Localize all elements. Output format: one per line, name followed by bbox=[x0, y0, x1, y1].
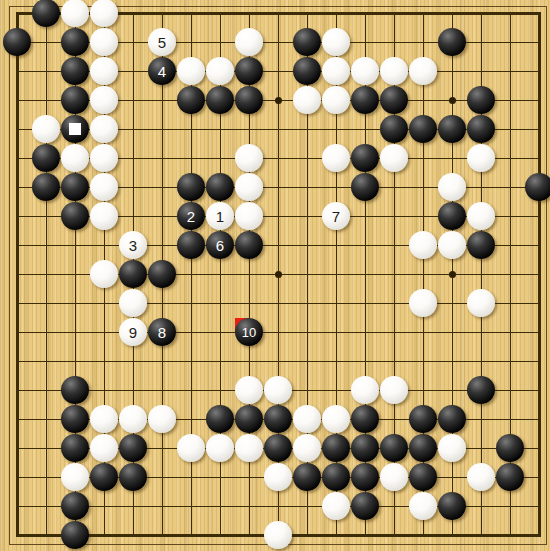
move-number-label: 3 bbox=[119, 231, 147, 259]
star-point bbox=[275, 97, 282, 104]
stone-white bbox=[380, 57, 408, 85]
stone-white bbox=[264, 521, 292, 549]
stone-black bbox=[235, 57, 263, 85]
stone-black bbox=[61, 28, 89, 56]
stone-white bbox=[177, 434, 205, 462]
stone-black bbox=[409, 115, 437, 143]
stone-black bbox=[496, 434, 524, 462]
stone-black bbox=[148, 260, 176, 288]
stone-black bbox=[496, 463, 524, 491]
stone-black bbox=[235, 231, 263, 259]
stone-black bbox=[264, 434, 292, 462]
stone-black bbox=[351, 463, 379, 491]
stone-white: 5 bbox=[148, 28, 176, 56]
stone-black bbox=[293, 28, 321, 56]
stone-white bbox=[380, 463, 408, 491]
stone-black bbox=[351, 492, 379, 520]
stone-white bbox=[409, 57, 437, 85]
stone-white bbox=[351, 57, 379, 85]
stone-white bbox=[235, 376, 263, 404]
stone-white bbox=[322, 144, 350, 172]
stone-white bbox=[119, 405, 147, 433]
stone-black bbox=[351, 434, 379, 462]
grid-line-horizontal bbox=[16, 303, 541, 304]
stone-white bbox=[322, 492, 350, 520]
stone-black bbox=[351, 405, 379, 433]
stone-black: 10 bbox=[235, 318, 263, 346]
stone-black bbox=[3, 28, 31, 56]
stone-white bbox=[235, 28, 263, 56]
stone-black bbox=[206, 405, 234, 433]
stone-white bbox=[322, 28, 350, 56]
stone-white bbox=[409, 289, 437, 317]
stone-black bbox=[293, 57, 321, 85]
move-number-label: 9 bbox=[119, 318, 147, 346]
stone-black bbox=[119, 463, 147, 491]
stone-black bbox=[119, 434, 147, 462]
stone-white bbox=[264, 376, 292, 404]
go-board[interactable]: 54217369810 bbox=[0, 0, 550, 551]
stone-black bbox=[438, 492, 466, 520]
stone-black: 6 bbox=[206, 231, 234, 259]
stone-white bbox=[90, 260, 118, 288]
stone-black bbox=[61, 86, 89, 114]
stone-black bbox=[206, 86, 234, 114]
stone-black bbox=[206, 173, 234, 201]
stone-black bbox=[61, 202, 89, 230]
stone-black bbox=[32, 144, 60, 172]
stone-black bbox=[351, 144, 379, 172]
stone-black: 2 bbox=[177, 202, 205, 230]
move-number-label: 5 bbox=[148, 28, 176, 56]
stone-black bbox=[177, 173, 205, 201]
stone-white bbox=[90, 0, 118, 27]
stone-white: 7 bbox=[322, 202, 350, 230]
stone-white bbox=[380, 376, 408, 404]
star-point bbox=[449, 271, 456, 278]
stone-black bbox=[61, 173, 89, 201]
stone-white bbox=[293, 434, 321, 462]
stone-white bbox=[438, 434, 466, 462]
stone-black bbox=[322, 434, 350, 462]
stone-black bbox=[177, 231, 205, 259]
stone-white bbox=[61, 144, 89, 172]
stone-white bbox=[380, 144, 408, 172]
stone-black bbox=[61, 57, 89, 85]
stone-white bbox=[293, 86, 321, 114]
stone-black bbox=[380, 115, 408, 143]
stone-white bbox=[148, 405, 176, 433]
stone-black bbox=[61, 521, 89, 549]
stone-white bbox=[409, 231, 437, 259]
previous-move-square-marker bbox=[69, 123, 81, 135]
star-point bbox=[449, 97, 456, 104]
stone-black bbox=[322, 463, 350, 491]
move-number-label: 8 bbox=[148, 318, 176, 346]
stone-white bbox=[90, 28, 118, 56]
stone-black bbox=[438, 202, 466, 230]
stone-white bbox=[206, 57, 234, 85]
stone-white bbox=[467, 202, 495, 230]
stone-white bbox=[61, 0, 89, 27]
stone-white bbox=[235, 202, 263, 230]
move-number-label: 6 bbox=[206, 231, 234, 259]
stone-white bbox=[467, 289, 495, 317]
stone-white bbox=[90, 434, 118, 462]
stone-white bbox=[32, 115, 60, 143]
stone-white bbox=[90, 173, 118, 201]
stone-white bbox=[90, 115, 118, 143]
stone-white: 3 bbox=[119, 231, 147, 259]
stone-black bbox=[61, 376, 89, 404]
stone-white bbox=[90, 57, 118, 85]
grid-line-horizontal bbox=[16, 332, 541, 333]
stone-black bbox=[438, 405, 466, 433]
stone-black bbox=[409, 434, 437, 462]
stone-white: 1 bbox=[206, 202, 234, 230]
stone-white bbox=[206, 434, 234, 462]
stone-white bbox=[119, 289, 147, 317]
stone-white bbox=[438, 173, 466, 201]
stone-white bbox=[90, 202, 118, 230]
stone-black bbox=[61, 405, 89, 433]
stone-black bbox=[438, 28, 466, 56]
stone-black bbox=[351, 86, 379, 114]
stone-white bbox=[322, 405, 350, 433]
star-point bbox=[275, 271, 282, 278]
stone-white bbox=[177, 57, 205, 85]
stone-black bbox=[32, 173, 60, 201]
stone-white bbox=[322, 86, 350, 114]
stone-black bbox=[380, 86, 408, 114]
stone-black bbox=[467, 86, 495, 114]
stone-black bbox=[409, 405, 437, 433]
stone-black bbox=[119, 260, 147, 288]
stone-white bbox=[438, 231, 466, 259]
stone-black bbox=[351, 173, 379, 201]
stone-white bbox=[322, 57, 350, 85]
stone-black bbox=[177, 86, 205, 114]
stone-black bbox=[61, 115, 89, 143]
stone-white bbox=[467, 463, 495, 491]
stone-black bbox=[61, 434, 89, 462]
stone-white bbox=[90, 405, 118, 433]
stone-black bbox=[467, 231, 495, 259]
stone-white bbox=[90, 86, 118, 114]
stone-white bbox=[467, 144, 495, 172]
stone-white bbox=[61, 463, 89, 491]
move-number-label: 2 bbox=[177, 202, 205, 230]
stone-black bbox=[409, 463, 437, 491]
move-number-label: 10 bbox=[235, 318, 263, 346]
stone-black bbox=[235, 86, 263, 114]
stone-black bbox=[235, 405, 263, 433]
move-number-label: 4 bbox=[148, 57, 176, 85]
move-number-label: 7 bbox=[322, 202, 350, 230]
stone-black bbox=[61, 492, 89, 520]
grid-line-horizontal bbox=[16, 361, 541, 362]
stone-black bbox=[90, 463, 118, 491]
stone-black: 8 bbox=[148, 318, 176, 346]
stone-black bbox=[293, 463, 321, 491]
stone-black: 4 bbox=[148, 57, 176, 85]
stone-white: 9 bbox=[119, 318, 147, 346]
stone-black bbox=[467, 376, 495, 404]
stone-white bbox=[264, 463, 292, 491]
stone-black bbox=[380, 434, 408, 462]
stone-white bbox=[351, 376, 379, 404]
grid-line-vertical bbox=[538, 12, 541, 537]
stone-black bbox=[32, 0, 60, 27]
stone-black bbox=[438, 115, 466, 143]
stone-white bbox=[90, 144, 118, 172]
move-number-label: 1 bbox=[206, 202, 234, 230]
stone-white bbox=[235, 173, 263, 201]
stone-black bbox=[264, 405, 292, 433]
stone-white bbox=[235, 144, 263, 172]
stone-black bbox=[525, 173, 550, 201]
stone-black bbox=[467, 115, 495, 143]
stone-white bbox=[293, 405, 321, 433]
stone-white bbox=[235, 434, 263, 462]
stone-white bbox=[409, 492, 437, 520]
